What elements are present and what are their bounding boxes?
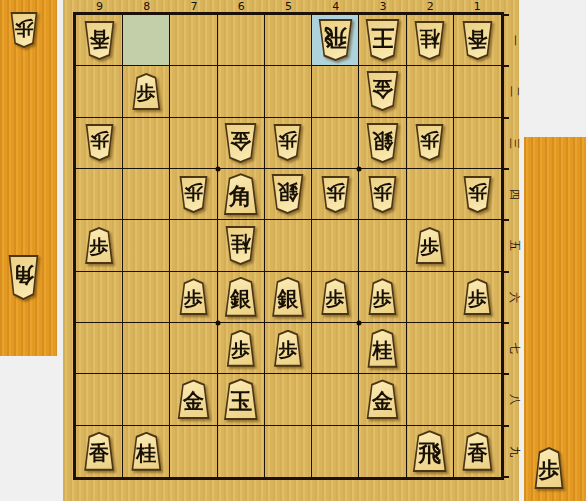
piece-kanji: 玉 [223, 378, 258, 420]
rank-tick [504, 65, 509, 67]
rank-label-6: 六 [507, 272, 522, 323]
rank-label-1: 一 [507, 15, 522, 66]
piece-kanji: 歩 [10, 12, 38, 48]
square-2-3[interactable]: 歩 [407, 118, 454, 169]
piece-body: 歩 [415, 227, 444, 264]
square-3-9[interactable] [359, 426, 406, 477]
piece-body: 歩 [273, 330, 302, 367]
square-1-3[interactable] [454, 118, 501, 169]
piece-kanji: 金 [366, 71, 399, 111]
sente-pawn[interactable]: 歩 [132, 73, 161, 110]
piece-body: 金 [224, 123, 257, 163]
piece-body: 香 [84, 21, 115, 60]
board-grid: 香飛王桂香歩金歩金歩銀歩歩角銀歩歩歩歩桂歩歩銀銀歩歩歩歩歩桂金玉金香桂飛香 [73, 12, 504, 480]
piece-body: 飛 [412, 430, 447, 472]
piece-kanji: 桂 [414, 21, 445, 60]
piece-body: 歩 [368, 176, 397, 213]
rank-label-5: 五 [507, 220, 522, 271]
piece-body: 香 [84, 432, 115, 471]
piece-body: 角 [8, 255, 39, 300]
square-8-8[interactable] [123, 374, 170, 425]
rank-tick [504, 373, 509, 375]
square-9-4[interactable] [76, 169, 123, 220]
square-6-9[interactable] [218, 426, 265, 477]
piece-body: 銀 [271, 174, 304, 214]
piece-kanji: 歩 [463, 176, 492, 213]
piece-kanji: 歩 [273, 330, 302, 367]
piece-kanji: 歩 [463, 278, 492, 315]
piece-body: 飛 [318, 19, 353, 61]
rank-tick [504, 168, 509, 170]
square-9-7[interactable] [76, 323, 123, 374]
piece-kanji: 歩 [415, 124, 444, 161]
gote-silver[interactable]: 銀 [366, 123, 399, 163]
square-7-1[interactable] [170, 15, 217, 66]
square-3-5[interactable] [359, 220, 406, 271]
gote-pawn[interactable]: 歩 [273, 124, 302, 161]
square-7-7[interactable] [170, 323, 217, 374]
gote-lance[interactable]: 香 [84, 21, 115, 60]
gote-pawn[interactable]: 歩 [85, 124, 114, 161]
square-7-2[interactable] [170, 66, 217, 117]
piece-kanji: 銀 [271, 277, 304, 317]
piece-kanji: 王 [365, 19, 400, 61]
piece-kanji: 香 [84, 21, 115, 60]
square-2-9[interactable]: 飛 [407, 426, 454, 477]
square-8-4[interactable] [123, 169, 170, 220]
piece-kanji: 銀 [271, 174, 304, 214]
piece-kanji: 歩 [179, 278, 208, 315]
shogi-app: 歩角 歩 987654321 一二三四五六七八九 香飛王桂香歩金歩金歩銀歩歩角銀… [0, 0, 586, 501]
piece-body: 歩 [321, 278, 350, 315]
square-4-8[interactable] [312, 374, 359, 425]
piece-body: 金 [366, 379, 399, 419]
square-7-6[interactable]: 歩 [170, 272, 217, 323]
square-6-7[interactable]: 歩 [218, 323, 265, 374]
square-3-4[interactable]: 歩 [359, 169, 406, 220]
square-1-5[interactable] [454, 220, 501, 271]
square-2-5[interactable]: 歩 [407, 220, 454, 271]
sente-komadai: 歩 [524, 137, 586, 501]
square-2-2[interactable] [407, 66, 454, 117]
square-1-1[interactable]: 香 [454, 15, 501, 66]
square-1-9[interactable]: 香 [454, 426, 501, 477]
square-6-5[interactable]: 桂 [218, 220, 265, 271]
gote-pawn[interactable]: 歩 [321, 176, 350, 213]
sente-pawn[interactable]: 歩 [273, 330, 302, 367]
gote-hand-bishop[interactable]: 角 [8, 255, 39, 300]
square-1-6[interactable]: 歩 [454, 272, 501, 323]
piece-body: 金 [177, 379, 210, 419]
square-9-1[interactable]: 香 [76, 15, 123, 66]
sente-knight[interactable]: 桂 [131, 432, 162, 471]
piece-body: 歩 [132, 73, 161, 110]
square-2-4[interactable] [407, 169, 454, 220]
piece-kanji: 銀 [366, 123, 399, 163]
piece-body: 歩 [534, 447, 564, 489]
piece-kanji: 香 [462, 21, 493, 60]
rank-tick [504, 425, 509, 427]
square-4-5[interactable] [312, 220, 359, 271]
rank-tick [504, 219, 509, 221]
sente-pawn[interactable]: 歩 [321, 278, 350, 315]
square-4-6[interactable]: 歩 [312, 272, 359, 323]
square-4-9[interactable] [312, 426, 359, 477]
piece-kanji: 歩 [368, 176, 397, 213]
piece-body: 角 [223, 173, 258, 215]
piece-body: 香 [462, 21, 493, 60]
square-7-8[interactable]: 金 [170, 374, 217, 425]
square-5-9[interactable] [265, 426, 312, 477]
piece-body: 歩 [179, 278, 208, 315]
rank-tick [504, 271, 509, 273]
square-4-1[interactable]: 飛 [312, 15, 359, 66]
square-5-3[interactable]: 歩 [265, 118, 312, 169]
rank-label-8: 八 [507, 374, 522, 425]
sente-pawn[interactable]: 歩 [226, 330, 255, 367]
sente-lance[interactable]: 香 [84, 432, 115, 471]
piece-kanji: 歩 [368, 278, 397, 315]
piece-kanji: 歩 [321, 278, 350, 315]
square-5-6[interactable]: 銀 [265, 272, 312, 323]
piece-body: 歩 [85, 227, 114, 264]
sente-pawn[interactable]: 歩 [463, 278, 492, 315]
gote-pawn[interactable]: 歩 [368, 176, 397, 213]
star-point [357, 166, 362, 171]
gote-gold[interactable]: 金 [366, 71, 399, 111]
square-7-4[interactable]: 歩 [170, 169, 217, 220]
square-4-7[interactable] [312, 323, 359, 374]
piece-body: 金 [366, 71, 399, 111]
piece-kanji: 歩 [415, 227, 444, 264]
gote-komadai: 歩角 [0, 0, 57, 356]
rank-label-2: 二 [507, 66, 522, 117]
square-3-8[interactable]: 金 [359, 374, 406, 425]
piece-body: 桂 [225, 226, 256, 265]
square-6-3[interactable]: 金 [218, 118, 265, 169]
piece-body: 香 [462, 432, 493, 471]
square-1-4[interactable]: 歩 [454, 169, 501, 220]
square-9-3[interactable]: 歩 [76, 118, 123, 169]
square-5-4[interactable]: 銀 [265, 169, 312, 220]
square-9-8[interactable] [76, 374, 123, 425]
piece-kanji: 角 [223, 173, 258, 215]
piece-body: 王 [365, 19, 400, 61]
square-8-6[interactable] [123, 272, 170, 323]
gote-knight[interactable]: 桂 [225, 226, 256, 265]
piece-body: 桂 [131, 432, 162, 471]
gote-hand-pawn[interactable]: 歩 [10, 12, 38, 48]
gote-pawn[interactable]: 歩 [179, 176, 208, 213]
piece-body: 玉 [223, 378, 258, 420]
piece-kanji: 金 [366, 379, 399, 419]
piece-kanji: 歩 [85, 124, 114, 161]
square-2-8[interactable] [407, 374, 454, 425]
square-3-6[interactable]: 歩 [359, 272, 406, 323]
sente-silver[interactable]: 銀 [271, 277, 304, 317]
piece-body: 歩 [368, 278, 397, 315]
piece-body: 歩 [415, 124, 444, 161]
gote-lance[interactable]: 香 [462, 21, 493, 60]
piece-kanji: 歩 [85, 227, 114, 264]
piece-kanji: 金 [177, 379, 210, 419]
piece-kanji: 銀 [224, 277, 257, 317]
sente-rook[interactable]: 飛 [412, 430, 447, 472]
square-4-3[interactable] [312, 118, 359, 169]
piece-kanji: 桂 [367, 329, 398, 368]
rank-label-3: 三 [507, 118, 522, 169]
piece-body: 歩 [179, 176, 208, 213]
square-6-4[interactable]: 角 [218, 169, 265, 220]
sente-pawn[interactable]: 歩 [368, 278, 397, 315]
piece-kanji: 香 [462, 432, 493, 471]
rank-label-4: 四 [507, 169, 522, 220]
sente-gold[interactable]: 金 [366, 379, 399, 419]
piece-kanji: 金 [224, 123, 257, 163]
rank-tick [504, 117, 509, 119]
rank-label-7: 七 [507, 323, 522, 374]
square-8-1[interactable] [123, 15, 170, 66]
rank-label-9: 九 [507, 426, 522, 477]
piece-kanji: 飛 [318, 19, 353, 61]
square-3-2[interactable]: 金 [359, 66, 406, 117]
rank-tick [504, 322, 509, 324]
square-8-7[interactable] [123, 323, 170, 374]
square-5-2[interactable] [265, 66, 312, 117]
sente-pawn[interactable]: 歩 [85, 227, 114, 264]
sente-gold[interactable]: 金 [177, 379, 210, 419]
piece-kanji: 歩 [534, 447, 564, 489]
piece-body: 歩 [463, 278, 492, 315]
gote-rook[interactable]: 飛 [318, 19, 353, 61]
sente-pawn[interactable]: 歩 [415, 227, 444, 264]
square-8-3[interactable] [123, 118, 170, 169]
square-5-1[interactable] [265, 15, 312, 66]
sente-hand-pawn[interactable]: 歩 [534, 447, 564, 489]
piece-body: 歩 [273, 124, 302, 161]
piece-body: 歩 [321, 176, 350, 213]
square-8-5[interactable] [123, 220, 170, 271]
square-8-9[interactable]: 桂 [123, 426, 170, 477]
piece-body: 桂 [414, 21, 445, 60]
piece-body: 銀 [224, 277, 257, 317]
square-6-1[interactable] [218, 15, 265, 66]
sente-lance[interactable]: 香 [462, 432, 493, 471]
square-9-6[interactable] [76, 272, 123, 323]
square-6-2[interactable] [218, 66, 265, 117]
square-1-2[interactable] [454, 66, 501, 117]
gote-king[interactable]: 王 [365, 19, 400, 61]
piece-body: 桂 [367, 329, 398, 368]
shogi-board: 987654321 一二三四五六七八九 香飛王桂香歩金歩金歩銀歩歩角銀歩歩歩歩桂… [63, 0, 519, 501]
square-1-8[interactable] [454, 374, 501, 425]
sente-silver[interactable]: 銀 [224, 277, 257, 317]
rank-tick [504, 476, 509, 478]
square-4-4[interactable]: 歩 [312, 169, 359, 220]
square-3-1[interactable]: 王 [359, 15, 406, 66]
piece-body: 歩 [226, 330, 255, 367]
piece-body: 銀 [271, 277, 304, 317]
square-5-7[interactable]: 歩 [265, 323, 312, 374]
gote-pawn[interactable]: 歩 [415, 124, 444, 161]
gote-gold[interactable]: 金 [224, 123, 257, 163]
square-2-7[interactable] [407, 323, 454, 374]
rank-tick [504, 14, 509, 16]
piece-body: 歩 [85, 124, 114, 161]
piece-kanji: 角 [8, 255, 39, 300]
piece-kanji: 飛 [412, 430, 447, 472]
piece-body: 歩 [463, 176, 492, 213]
square-9-9[interactable]: 香 [76, 426, 123, 477]
square-1-7[interactable] [454, 323, 501, 374]
sente-bishop[interactable]: 角 [223, 173, 258, 215]
piece-kanji: 桂 [131, 432, 162, 471]
square-7-9[interactable] [170, 426, 217, 477]
square-6-8[interactable]: 玉 [218, 374, 265, 425]
square-7-5[interactable] [170, 220, 217, 271]
piece-kanji: 桂 [225, 226, 256, 265]
star-point [357, 320, 362, 325]
square-3-3[interactable]: 銀 [359, 118, 406, 169]
gote-pawn[interactable]: 歩 [463, 176, 492, 213]
piece-kanji: 歩 [132, 73, 161, 110]
square-5-8[interactable] [265, 374, 312, 425]
square-2-1[interactable]: 桂 [407, 15, 454, 66]
square-5-5[interactable] [265, 220, 312, 271]
square-4-2[interactable] [312, 66, 359, 117]
piece-kanji: 歩 [273, 124, 302, 161]
piece-body: 歩 [10, 12, 38, 48]
sente-knight[interactable]: 桂 [367, 329, 398, 368]
piece-kanji: 歩 [226, 330, 255, 367]
gote-silver[interactable]: 銀 [271, 174, 304, 214]
star-point [215, 320, 220, 325]
piece-kanji: 香 [84, 432, 115, 471]
rank-labels: 一二三四五六七八九 [507, 15, 522, 477]
sente-pawn[interactable]: 歩 [179, 278, 208, 315]
star-point [215, 166, 220, 171]
piece-kanji: 歩 [179, 176, 208, 213]
gote-knight[interactable]: 桂 [414, 21, 445, 60]
square-2-6[interactable] [407, 272, 454, 323]
square-6-6[interactable]: 銀 [218, 272, 265, 323]
square-3-7[interactable]: 桂 [359, 323, 406, 374]
square-9-5[interactable]: 歩 [76, 220, 123, 271]
square-8-2[interactable]: 歩 [123, 66, 170, 117]
piece-body: 銀 [366, 123, 399, 163]
sente-king[interactable]: 玉 [223, 378, 258, 420]
square-7-3[interactable] [170, 118, 217, 169]
square-9-2[interactable] [76, 66, 123, 117]
piece-kanji: 歩 [321, 176, 350, 213]
